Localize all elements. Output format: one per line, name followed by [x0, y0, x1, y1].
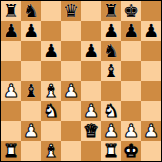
square-e5[interactable] — [81, 61, 101, 81]
piece-white-pawn[interactable]: ♟ — [103, 121, 119, 141]
piece-white-pawn[interactable]: ♟ — [143, 121, 159, 141]
piece-white-king[interactable]: ♚ — [123, 141, 139, 161]
piece-black-pawn[interactable]: ♟ — [83, 41, 99, 61]
square-c3[interactable]: ♞ — [41, 101, 61, 121]
square-d8[interactable]: ♛ — [61, 1, 81, 21]
square-c4[interactable]: ♝ — [41, 81, 61, 101]
square-g7[interactable]: ♟ — [121, 21, 141, 41]
piece-black-pawn[interactable]: ♟ — [3, 21, 19, 41]
square-g5[interactable] — [121, 61, 141, 81]
square-e4[interactable] — [81, 81, 101, 101]
piece-black-queen[interactable]: ♛ — [63, 1, 79, 21]
piece-black-pawn[interactable]: ♟ — [103, 21, 119, 41]
square-b7[interactable]: ♟ — [21, 21, 41, 41]
piece-white-knight[interactable]: ♞ — [103, 101, 119, 121]
piece-white-rook[interactable]: ♜ — [3, 141, 19, 161]
square-b4[interactable]: ♝ — [21, 81, 41, 101]
piece-black-king[interactable]: ♚ — [123, 1, 139, 21]
piece-white-pawn[interactable]: ♟ — [123, 121, 139, 141]
square-e8[interactable] — [81, 1, 101, 21]
square-f8[interactable]: ♜ — [101, 1, 121, 21]
piece-white-pawn[interactable]: ♟ — [3, 81, 19, 101]
square-f2[interactable]: ♟ — [101, 121, 121, 141]
piece-black-rook[interactable]: ♜ — [103, 1, 119, 21]
square-c1[interactable]: ♝ — [41, 141, 61, 161]
square-f4[interactable] — [101, 81, 121, 101]
square-a3[interactable] — [1, 101, 21, 121]
piece-white-knight[interactable]: ♞ — [43, 101, 59, 121]
piece-white-pawn[interactable]: ♟ — [63, 81, 79, 101]
piece-black-knight[interactable]: ♞ — [103, 41, 119, 61]
square-a6[interactable] — [1, 41, 21, 61]
square-a1[interactable]: ♜ — [1, 141, 21, 161]
square-d7[interactable] — [61, 21, 81, 41]
square-h4[interactable] — [141, 81, 161, 101]
square-g2[interactable]: ♟ — [121, 121, 141, 141]
square-g4[interactable] — [121, 81, 141, 101]
square-a5[interactable] — [1, 61, 21, 81]
square-a8[interactable]: ♜ — [1, 1, 21, 21]
piece-black-bishop[interactable]: ♝ — [103, 61, 119, 81]
piece-black-pawn[interactable]: ♟ — [123, 21, 139, 41]
square-d5[interactable] — [61, 61, 81, 81]
piece-white-pawn[interactable]: ♟ — [83, 101, 99, 121]
square-h5[interactable] — [141, 61, 161, 81]
square-e3[interactable]: ♟ — [81, 101, 101, 121]
square-c2[interactable] — [41, 121, 61, 141]
square-h1[interactable] — [141, 141, 161, 161]
square-g3[interactable] — [121, 101, 141, 121]
square-e2[interactable]: ♛ — [81, 121, 101, 141]
square-h8[interactable] — [141, 1, 161, 21]
square-b3[interactable] — [21, 101, 41, 121]
square-h7[interactable]: ♟ — [141, 21, 161, 41]
square-f7[interactable]: ♟ — [101, 21, 121, 41]
square-g1[interactable]: ♚ — [121, 141, 141, 161]
square-f3[interactable]: ♞ — [101, 101, 121, 121]
square-d4[interactable]: ♟ — [61, 81, 81, 101]
piece-black-pawn[interactable]: ♟ — [143, 21, 159, 41]
piece-white-queen[interactable]: ♛ — [83, 121, 99, 141]
square-e1[interactable] — [81, 141, 101, 161]
square-a2[interactable] — [1, 121, 21, 141]
square-e6[interactable]: ♟ — [81, 41, 101, 61]
square-f6[interactable]: ♞ — [101, 41, 121, 61]
square-f5[interactable]: ♝ — [101, 61, 121, 81]
piece-white-rook[interactable]: ♜ — [103, 141, 119, 161]
square-h6[interactable] — [141, 41, 161, 61]
piece-white-bishop[interactable]: ♝ — [43, 81, 59, 101]
piece-black-bishop[interactable]: ♝ — [23, 81, 39, 101]
chess-board: ♜♞♛♜♚♟♟♟♟♟♟♟♞♝♟♝♝♟♞♟♞♟♛♟♟♟♜♝♜♚ — [0, 0, 162, 162]
square-c8[interactable] — [41, 1, 61, 21]
square-a4[interactable]: ♟ — [1, 81, 21, 101]
piece-black-rook[interactable]: ♜ — [3, 1, 19, 21]
square-a7[interactable]: ♟ — [1, 21, 21, 41]
square-c5[interactable] — [41, 61, 61, 81]
square-d2[interactable] — [61, 121, 81, 141]
square-g6[interactable] — [121, 41, 141, 61]
square-b1[interactable] — [21, 141, 41, 161]
square-h3[interactable] — [141, 101, 161, 121]
square-d3[interactable] — [61, 101, 81, 121]
piece-black-pawn[interactable]: ♟ — [23, 21, 39, 41]
square-b8[interactable]: ♞ — [21, 1, 41, 21]
piece-black-pawn[interactable]: ♟ — [43, 41, 59, 61]
square-g8[interactable]: ♚ — [121, 1, 141, 21]
square-d6[interactable] — [61, 41, 81, 61]
piece-white-bishop[interactable]: ♝ — [43, 141, 59, 161]
square-h2[interactable]: ♟ — [141, 121, 161, 141]
square-f1[interactable]: ♜ — [101, 141, 121, 161]
square-b5[interactable] — [21, 61, 41, 81]
piece-black-knight[interactable]: ♞ — [23, 1, 39, 21]
square-b6[interactable] — [21, 41, 41, 61]
square-d1[interactable] — [61, 141, 81, 161]
square-b2[interactable]: ♟ — [21, 121, 41, 141]
square-c6[interactable]: ♟ — [41, 41, 61, 61]
square-e7[interactable] — [81, 21, 101, 41]
piece-white-pawn[interactable]: ♟ — [23, 121, 39, 141]
square-c7[interactable] — [41, 21, 61, 41]
